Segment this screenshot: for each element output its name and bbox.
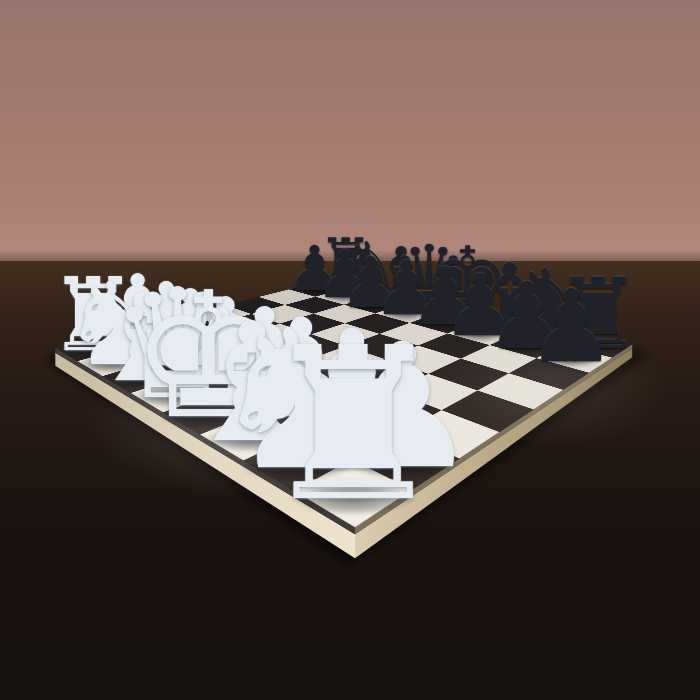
pieces-layer: ♜♞♟♝♟♛♟♚♟♝♟♞♟♟♜♟♟♜♟♟♞♟♝♟♛♟♚♟♝♟♞♜ — [0, 0, 700, 700]
piece-white-rook-h1: ♜ — [258, 321, 447, 532]
piece-black-pawn-h7: ♟ — [526, 277, 616, 377]
chess-set-photo-scene: ♜♞♟♝♟♛♟♚♟♝♟♞♟♟♜♟♟♜♟♟♞♟♝♟♛♟♚♟♝♟♞♜ — [0, 0, 700, 700]
